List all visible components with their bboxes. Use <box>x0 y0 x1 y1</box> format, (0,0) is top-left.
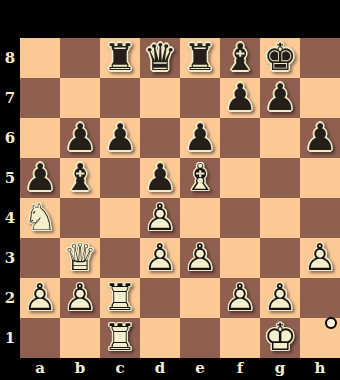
rank-label-2: 2 <box>0 278 20 318</box>
piece-outline: ♙ <box>20 278 60 318</box>
file-label-a: a <box>20 358 60 380</box>
square-h6[interactable]: ♟ <box>300 118 340 158</box>
square-g5[interactable] <box>260 158 300 198</box>
chess-diagram: ♜♛♜♝♚♟♟♟♟♟♟♟♝♟♝♗♞♘♟♙♛♕♟♙♟♙♟♙♟♙♟♙♜♖♟♙♟♙♜♖… <box>0 0 340 380</box>
white-bishop[interactable]: ♝♗ <box>180 158 220 198</box>
black-pawn[interactable]: ♟ <box>260 78 300 118</box>
black-pawn[interactable]: ♟ <box>300 118 340 158</box>
square-h5[interactable] <box>300 158 340 198</box>
square-c4[interactable] <box>100 198 140 238</box>
white-queen[interactable]: ♛♕ <box>60 238 100 278</box>
black-bishop[interactable]: ♝ <box>220 38 260 78</box>
square-h4[interactable] <box>300 198 340 238</box>
square-b4[interactable] <box>60 198 100 238</box>
square-f4[interactable] <box>220 198 260 238</box>
piece-outline: ♖ <box>100 278 140 318</box>
black-pawn[interactable]: ♟ <box>60 118 100 158</box>
square-f5[interactable] <box>220 158 260 198</box>
rank-label-7: 7 <box>0 78 20 118</box>
square-c3[interactable] <box>100 238 140 278</box>
square-h8[interactable] <box>300 38 340 78</box>
side-to-move-indicator <box>325 317 337 329</box>
square-e8[interactable]: ♜ <box>180 38 220 78</box>
square-b8[interactable] <box>60 38 100 78</box>
square-a8[interactable] <box>20 38 60 78</box>
white-pawn[interactable]: ♟♙ <box>260 278 300 318</box>
square-a1[interactable] <box>20 318 60 358</box>
square-g1[interactable]: ♚♔ <box>260 318 300 358</box>
rank-label-6: 6 <box>0 118 20 158</box>
piece-outline: ♘ <box>20 198 60 238</box>
piece-outline: ♙ <box>140 198 180 238</box>
square-c5[interactable] <box>100 158 140 198</box>
white-knight[interactable]: ♞♘ <box>20 198 60 238</box>
square-h2[interactable] <box>300 278 340 318</box>
square-f3[interactable] <box>220 238 260 278</box>
square-c1[interactable]: ♜♖ <box>100 318 140 358</box>
square-e2[interactable] <box>180 278 220 318</box>
white-rook[interactable]: ♜♖ <box>100 318 140 358</box>
square-a2[interactable]: ♟♙ <box>20 278 60 318</box>
file-label-h: h <box>300 358 340 380</box>
square-b5[interactable]: ♝ <box>60 158 100 198</box>
square-f8[interactable]: ♝ <box>220 38 260 78</box>
piece-outline: ♗ <box>180 158 220 198</box>
square-b3[interactable]: ♛♕ <box>60 238 100 278</box>
rank-label-8: 8 <box>0 38 20 78</box>
square-a7[interactable] <box>20 78 60 118</box>
square-b6[interactable]: ♟ <box>60 118 100 158</box>
white-pawn[interactable]: ♟♙ <box>140 198 180 238</box>
square-d5[interactable]: ♟ <box>140 158 180 198</box>
piece-outline: ♙ <box>60 278 100 318</box>
square-b1[interactable] <box>60 318 100 358</box>
piece-outline: ♙ <box>300 238 340 278</box>
square-g6[interactable] <box>260 118 300 158</box>
square-g7[interactable]: ♟ <box>260 78 300 118</box>
square-d1[interactable] <box>140 318 180 358</box>
piece-outline: ♔ <box>260 318 300 358</box>
square-a4[interactable]: ♞♘ <box>20 198 60 238</box>
square-b7[interactable] <box>60 78 100 118</box>
chess-board: ♜♛♜♝♚♟♟♟♟♟♟♟♝♟♝♗♞♘♟♙♛♕♟♙♟♙♟♙♟♙♟♙♜♖♟♙♟♙♜♖… <box>20 38 340 358</box>
square-d4[interactable]: ♟♙ <box>140 198 180 238</box>
white-pawn[interactable]: ♟♙ <box>220 278 260 318</box>
square-g2[interactable]: ♟♙ <box>260 278 300 318</box>
black-pawn[interactable]: ♟ <box>20 158 60 198</box>
square-c2[interactable]: ♜♖ <box>100 278 140 318</box>
square-f2[interactable]: ♟♙ <box>220 278 260 318</box>
square-g8[interactable]: ♚ <box>260 38 300 78</box>
square-b2[interactable]: ♟♙ <box>60 278 100 318</box>
rank-label-5: 5 <box>0 158 20 198</box>
white-king[interactable]: ♚♔ <box>260 318 300 358</box>
square-e5[interactable]: ♝♗ <box>180 158 220 198</box>
white-pawn[interactable]: ♟♙ <box>180 238 220 278</box>
rank-label-3: 3 <box>0 238 20 278</box>
square-f7[interactable]: ♟ <box>220 78 260 118</box>
square-e1[interactable] <box>180 318 220 358</box>
square-e3[interactable]: ♟♙ <box>180 238 220 278</box>
square-a6[interactable] <box>20 118 60 158</box>
black-pawn[interactable]: ♟ <box>220 78 260 118</box>
piece-outline: ♙ <box>140 238 180 278</box>
square-d3[interactable]: ♟♙ <box>140 238 180 278</box>
piece-outline: ♙ <box>260 278 300 318</box>
black-king[interactable]: ♚ <box>260 38 300 78</box>
square-f1[interactable] <box>220 318 260 358</box>
file-label-b: b <box>60 358 100 380</box>
square-d6[interactable] <box>140 118 180 158</box>
square-e4[interactable] <box>180 198 220 238</box>
white-pawn[interactable]: ♟♙ <box>60 278 100 318</box>
square-e7[interactable] <box>180 78 220 118</box>
white-pawn[interactable]: ♟♙ <box>300 238 340 278</box>
rank-label-1: 1 <box>0 318 20 358</box>
piece-outline: ♖ <box>100 318 140 358</box>
square-a3[interactable] <box>20 238 60 278</box>
square-h3[interactable]: ♟♙ <box>300 238 340 278</box>
piece-outline: ♕ <box>60 238 100 278</box>
square-g4[interactable] <box>260 198 300 238</box>
piece-outline: ♙ <box>220 278 260 318</box>
black-pawn[interactable]: ♟ <box>140 158 180 198</box>
file-label-e: e <box>180 358 220 380</box>
square-d8[interactable]: ♛ <box>140 38 180 78</box>
file-label-g: g <box>260 358 300 380</box>
black-rook[interactable]: ♜ <box>100 38 140 78</box>
square-e6[interactable]: ♟ <box>180 118 220 158</box>
black-pawn[interactable]: ♟ <box>180 118 220 158</box>
square-c6[interactable]: ♟ <box>100 118 140 158</box>
square-a5[interactable]: ♟ <box>20 158 60 198</box>
white-rook[interactable]: ♜♖ <box>100 278 140 318</box>
rank-label-4: 4 <box>0 198 20 238</box>
file-label-d: d <box>140 358 180 380</box>
square-d2[interactable] <box>140 278 180 318</box>
file-label-f: f <box>220 358 260 380</box>
square-f6[interactable] <box>220 118 260 158</box>
white-pawn[interactable]: ♟♙ <box>140 238 180 278</box>
white-pawn[interactable]: ♟♙ <box>20 278 60 318</box>
square-c8[interactable]: ♜ <box>100 38 140 78</box>
square-d7[interactable] <box>140 78 180 118</box>
piece-outline: ♙ <box>180 238 220 278</box>
black-queen[interactable]: ♛ <box>140 38 180 78</box>
square-h7[interactable] <box>300 78 340 118</box>
black-bishop[interactable]: ♝ <box>60 158 100 198</box>
black-pawn[interactable]: ♟ <box>100 118 140 158</box>
square-c7[interactable] <box>100 78 140 118</box>
black-rook[interactable]: ♜ <box>180 38 220 78</box>
square-g3[interactable] <box>260 238 300 278</box>
file-label-c: c <box>100 358 140 380</box>
